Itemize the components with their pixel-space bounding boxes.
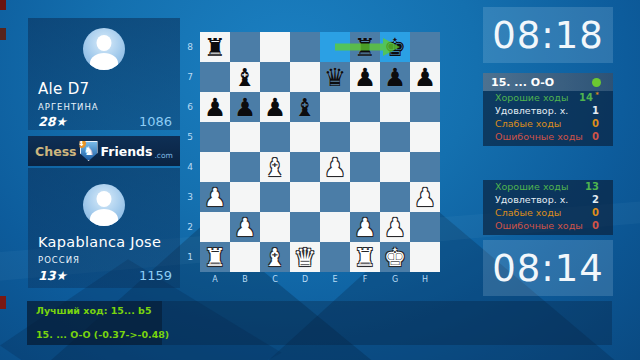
stat-value: 13 <box>585 181 599 192</box>
best-move-text: Лучший ход: 15... b5 <box>36 305 152 316</box>
square-f7[interactable]: ♟ <box>350 62 380 92</box>
stats-panel-white: Хорошие ходы13Удовлетвор. х.2Слабые ходы… <box>483 180 613 235</box>
player-country: АРГЕНТИНА <box>38 102 99 112</box>
square-c8[interactable] <box>260 32 290 62</box>
piece-black-pawn[interactable]: ♟ <box>384 65 406 90</box>
square-h4[interactable] <box>410 152 440 182</box>
logo-text-friends: Friends <box>101 144 153 159</box>
piece-white-pawn[interactable]: ♟ <box>414 185 436 210</box>
square-g2[interactable]: ♟ <box>380 212 410 242</box>
square-b1[interactable] <box>230 242 260 272</box>
piece-white-rook[interactable]: ♜ <box>204 245 226 270</box>
square-e4[interactable]: ♟ <box>320 152 350 182</box>
piece-white-bishop[interactable]: ♝ <box>264 245 286 270</box>
square-f2[interactable]: ♟ <box>350 212 380 242</box>
stat-label: Ошибочные ходы <box>495 220 583 231</box>
piece-black-pawn[interactable]: ♟ <box>414 65 436 90</box>
logo-text-chess: Chess <box>35 144 76 159</box>
chess-board[interactable]: ♜♜♚♝♛♟♟♟♟♟♟♝♝♟♟♟♟♟♟♜♝♛♜♚ <box>200 32 440 272</box>
rank-label-7: 7 <box>183 62 197 92</box>
rank-label-5: 5 <box>183 122 197 152</box>
stat-row: Слабые ходы0 <box>483 117 613 130</box>
square-e5[interactable] <box>320 122 350 152</box>
last-move-text: 15. ... O-O <box>491 76 554 89</box>
rank-label-4: 4 <box>183 152 197 182</box>
square-h5[interactable] <box>410 122 440 152</box>
clock-white: 08:14 <box>492 247 604 290</box>
square-a8[interactable]: ♜ <box>200 32 230 62</box>
square-g4[interactable] <box>380 152 410 182</box>
square-a5[interactable] <box>200 122 230 152</box>
piece-black-queen[interactable]: ♛ <box>324 65 346 90</box>
square-e3[interactable] <box>320 182 350 212</box>
square-g5[interactable] <box>380 122 410 152</box>
piece-white-queen[interactable]: ♛ <box>294 245 316 270</box>
piece-black-rook[interactable]: ♜ <box>354 35 376 60</box>
rank-label-3: 3 <box>183 182 197 212</box>
stat-label: Слабые ходы <box>495 207 561 218</box>
piece-black-pawn[interactable]: ♟ <box>204 95 226 120</box>
knight-icon: ♞ <box>83 145 94 157</box>
square-f3[interactable] <box>350 182 380 212</box>
piece-white-pawn[interactable]: ♟ <box>384 215 406 240</box>
stat-label: Удовлетвор. х. <box>495 194 568 205</box>
square-c4[interactable]: ♝ <box>260 152 290 182</box>
square-e6[interactable] <box>320 92 350 122</box>
square-b6[interactable]: ♟ <box>230 92 260 122</box>
stat-label: Ошибочные ходы <box>495 131 583 142</box>
piece-black-pawn[interactable]: ♟ <box>264 95 286 120</box>
stat-label: Хорошие ходы <box>495 92 568 103</box>
square-c3[interactable] <box>260 182 290 212</box>
clock-black: 08:18 <box>492 14 604 57</box>
player-card-black[interactable]: Ale D7 АРГЕНТИНА 28★ 1086 <box>28 18 180 130</box>
rank-label-1: 1 <box>183 242 197 272</box>
square-c5[interactable] <box>260 122 290 152</box>
logo-text-com: .com <box>154 151 172 160</box>
avatar <box>83 184 125 226</box>
square-b5[interactable] <box>230 122 260 152</box>
stat-row: Ошибочные ходы0 <box>483 219 613 232</box>
stat-value: 0 <box>592 131 599 142</box>
eval-line-text: 15. ... O-O (-0.37->-0.48) <box>36 329 169 340</box>
stat-value: 2 <box>592 194 599 205</box>
piece-black-bishop[interactable]: ♝ <box>234 65 256 90</box>
good-move-dot-icon <box>592 78 601 87</box>
player-card-white[interactable]: Kapablanca Jose РОССИЯ 13★ 1159 <box>28 168 180 288</box>
avatar-body <box>90 53 118 70</box>
piece-black-bishop[interactable]: ♝ <box>294 95 316 120</box>
square-c6[interactable]: ♟ <box>260 92 290 122</box>
square-b7[interactable]: ♝ <box>230 62 260 92</box>
piece-white-bishop[interactable]: ♝ <box>264 155 286 180</box>
square-d1[interactable]: ♛ <box>290 242 320 272</box>
file-label-g: G <box>380 274 410 285</box>
square-f6[interactable] <box>350 92 380 122</box>
square-d7[interactable] <box>290 62 320 92</box>
square-h8[interactable] <box>410 32 440 62</box>
screen-edge-artifact <box>0 0 6 10</box>
stat-row: Удовлетвор. х.1 <box>483 104 613 117</box>
square-e2[interactable] <box>320 212 350 242</box>
piece-black-pawn[interactable]: ♟ <box>354 65 376 90</box>
square-f1[interactable]: ♜ <box>350 242 380 272</box>
square-a7[interactable] <box>200 62 230 92</box>
square-f8[interactable]: ♜ <box>350 32 380 62</box>
player-name: Ale D7 <box>38 80 174 98</box>
square-a4[interactable] <box>200 152 230 182</box>
player-rating: 1086 <box>139 114 172 129</box>
square-h3[interactable]: ♟ <box>410 182 440 212</box>
file-labels: ABCDEFGH <box>200 274 440 285</box>
square-e8[interactable] <box>320 32 350 62</box>
clock-white-panel: 08:14 <box>483 240 613 296</box>
piece-white-pawn[interactable]: ♟ <box>204 185 226 210</box>
last-move-header: 15. ... O-O <box>483 73 613 91</box>
file-label-h: H <box>410 274 440 285</box>
player-rating: 1159 <box>139 268 172 283</box>
square-a1[interactable]: ♜ <box>200 242 230 272</box>
stat-row: Хорошие ходы14 * <box>483 91 613 104</box>
stat-label: Удовлетвор. х. <box>495 105 568 116</box>
square-a3[interactable]: ♟ <box>200 182 230 212</box>
stat-value: 14 * <box>579 91 599 103</box>
square-b4[interactable] <box>230 152 260 182</box>
square-h2[interactable] <box>410 212 440 242</box>
square-g3[interactable] <box>380 182 410 212</box>
file-label-f: F <box>350 274 380 285</box>
square-d5[interactable] <box>290 122 320 152</box>
square-e7[interactable]: ♛ <box>320 62 350 92</box>
stat-label: Слабые ходы <box>495 118 561 129</box>
screen-edge-artifact <box>0 296 6 309</box>
square-e1[interactable] <box>320 242 350 272</box>
piece-white-rook[interactable]: ♜ <box>354 245 376 270</box>
stat-value: 0 <box>592 207 599 218</box>
avatar-head <box>97 35 112 51</box>
stat-row: Ошибочные ходы0 <box>483 130 613 143</box>
file-label-a: A <box>200 274 230 285</box>
avatar <box>83 28 125 70</box>
piece-white-pawn[interactable]: ♟ <box>324 155 346 180</box>
square-g6[interactable] <box>380 92 410 122</box>
square-d8[interactable] <box>290 32 320 62</box>
square-d2[interactable] <box>290 212 320 242</box>
square-b8[interactable] <box>230 32 260 62</box>
knight-shield-icon: ♞ 4 <box>80 141 98 161</box>
square-h6[interactable] <box>410 92 440 122</box>
square-a2[interactable] <box>200 212 230 242</box>
square-g7[interactable]: ♟ <box>380 62 410 92</box>
square-h1[interactable] <box>410 242 440 272</box>
stat-value: 1 <box>592 105 599 116</box>
square-g1[interactable]: ♚ <box>380 242 410 272</box>
stat-value: 0 <box>592 220 599 231</box>
square-b2[interactable]: ♟ <box>230 212 260 242</box>
square-c2[interactable] <box>260 212 290 242</box>
screen-edge-artifact <box>0 28 6 40</box>
app-window: Ale D7 АРГЕНТИНА 28★ 1086 Chess ♞ 4 Frie… <box>0 0 640 360</box>
square-d6[interactable]: ♝ <box>290 92 320 122</box>
piece-white-pawn[interactable]: ♟ <box>354 215 376 240</box>
piece-black-rook[interactable]: ♜ <box>204 35 226 60</box>
file-label-e: E <box>320 274 350 285</box>
square-f5[interactable] <box>350 122 380 152</box>
badge-4: 4 <box>77 139 86 148</box>
square-c7[interactable] <box>260 62 290 92</box>
square-b3[interactable] <box>230 182 260 212</box>
square-c1[interactable]: ♝ <box>260 242 290 272</box>
rank-label-2: 2 <box>183 212 197 242</box>
piece-black-king[interactable]: ♚ <box>384 35 406 60</box>
square-a6[interactable]: ♟ <box>200 92 230 122</box>
rank-label-8: 8 <box>183 32 197 62</box>
piece-white-pawn[interactable]: ♟ <box>234 215 256 240</box>
piece-black-pawn[interactable]: ♟ <box>234 95 256 120</box>
clock-black-panel: 08:18 <box>483 7 613 63</box>
player-stars: 13★ <box>38 268 67 283</box>
square-d3[interactable] <box>290 182 320 212</box>
avatar-body <box>90 209 118 226</box>
player-stars: 28★ <box>38 114 67 129</box>
player-country: РОССИЯ <box>38 255 80 265</box>
player-name: Kapablanca Jose <box>38 234 174 250</box>
square-h7[interactable]: ♟ <box>410 62 440 92</box>
logo-banner: Chess ♞ 4 Friends .com <box>28 136 180 166</box>
rank-label-6: 6 <box>183 92 197 122</box>
stat-value: 0 <box>592 118 599 129</box>
stat-label: Хорошие ходы <box>495 181 568 192</box>
square-d4[interactable] <box>290 152 320 182</box>
square-f4[interactable] <box>350 152 380 182</box>
file-label-d: D <box>290 274 320 285</box>
square-g8[interactable]: ♚ <box>380 32 410 62</box>
piece-white-king[interactable]: ♚ <box>384 245 406 270</box>
stat-row: Слабые ходы0 <box>483 206 613 219</box>
file-label-c: C <box>260 274 290 285</box>
stat-row: Хорошие ходы13 <box>483 180 613 193</box>
rank-labels: 87654321 <box>183 32 197 272</box>
stat-row: Удовлетвор. х.2 <box>483 193 613 206</box>
file-label-b: B <box>230 274 260 285</box>
stats-panel-black: 15. ... O-O Хорошие ходы14 *Удовлетвор. … <box>483 73 613 146</box>
avatar-head <box>97 191 112 207</box>
